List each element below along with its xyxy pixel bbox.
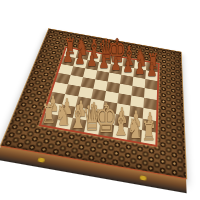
piece-black-pawn-d7[interactable]: ♟ <box>99 53 109 72</box>
piece-black-pawn-f7[interactable]: ♟ <box>123 57 133 76</box>
pieces-layer: ♜♞♝♛♚♝♞♜♟♟♟♟♟♟♟♟♟♟♟♟♟♟♟♟♜♞♝♛♚♝♞♜ <box>0 0 200 200</box>
chess-set-photo: ♜♞♝♛♚♝♞♜♟♟♟♟♟♟♟♟♟♟♟♟♟♟♟♟♜♞♝♛♚♝♞♜ <box>0 0 200 200</box>
piece-black-pawn-e7[interactable]: ♟ <box>111 55 121 74</box>
piece-black-pawn-h7[interactable]: ♟ <box>147 62 157 81</box>
piece-black-pawn-a7[interactable]: ♟ <box>63 47 73 66</box>
piece-black-pawn-c7[interactable]: ♟ <box>87 51 97 70</box>
piece-black-pawn-g7[interactable]: ♟ <box>135 59 145 78</box>
piece-white-rook-h1[interactable]: ♜ <box>142 118 157 145</box>
piece-black-pawn-b7[interactable]: ♟ <box>75 49 85 68</box>
piece-white-knight-g1[interactable]: ♞ <box>127 113 143 142</box>
